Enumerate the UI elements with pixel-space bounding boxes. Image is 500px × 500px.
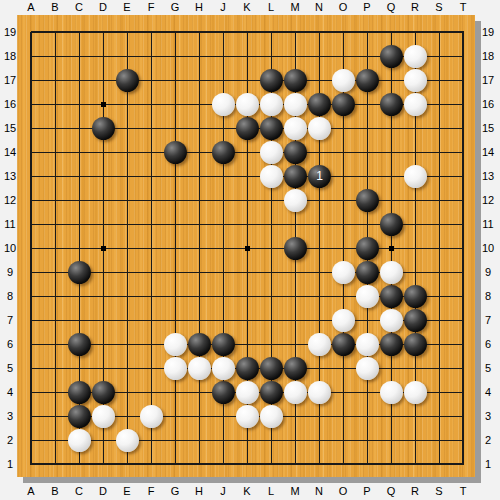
stone-black-N13: 1 xyxy=(308,165,331,188)
coord-label-top-O: O xyxy=(339,2,348,13)
coord-label-left-5: 5 xyxy=(7,363,13,374)
coord-label-bottom-F: F xyxy=(148,486,155,497)
coord-label-right-6: 6 xyxy=(485,339,491,350)
coord-label-left-6: 6 xyxy=(7,339,13,350)
grid-line-horizontal-2 xyxy=(31,440,464,441)
stone-white-N4 xyxy=(308,381,331,404)
coord-label-bottom-L: L xyxy=(268,486,274,497)
stone-white-M12 xyxy=(284,189,307,212)
coord-label-top-K: K xyxy=(243,2,250,13)
star-point-K10 xyxy=(245,246,250,251)
stone-black-L5 xyxy=(260,357,283,380)
coord-label-left-17: 17 xyxy=(4,75,16,86)
coord-label-right-1: 1 xyxy=(485,459,491,470)
stone-black-N16 xyxy=(308,93,331,116)
stone-white-L14 xyxy=(260,141,283,164)
stone-white-H5 xyxy=(188,357,211,380)
coord-label-left-7: 7 xyxy=(7,315,13,326)
stone-white-E2 xyxy=(116,429,139,452)
coord-label-bottom-M: M xyxy=(290,486,299,497)
coord-label-left-14: 14 xyxy=(4,147,16,158)
coord-label-bottom-Q: Q xyxy=(387,486,396,497)
coord-label-left-12: 12 xyxy=(4,195,16,206)
coord-label-right-18: 18 xyxy=(482,51,494,62)
stone-black-R7 xyxy=(404,309,427,332)
stone-white-R17 xyxy=(404,69,427,92)
stone-white-G6 xyxy=(164,333,187,356)
stone-black-K5 xyxy=(236,357,259,380)
stone-black-D4 xyxy=(92,381,115,404)
stone-white-R16 xyxy=(404,93,427,116)
coord-label-left-11: 11 xyxy=(4,219,15,230)
stone-black-G14 xyxy=(164,141,187,164)
stone-white-L13 xyxy=(260,165,283,188)
stone-black-Q16 xyxy=(380,93,403,116)
coord-label-left-3: 3 xyxy=(7,411,13,422)
stone-white-P8 xyxy=(356,285,379,308)
star-point-D10 xyxy=(101,246,106,251)
stone-black-Q6 xyxy=(380,333,403,356)
coord-label-left-9: 9 xyxy=(7,267,13,278)
stone-black-J14 xyxy=(212,141,235,164)
coord-label-bottom-E: E xyxy=(123,486,130,497)
coord-label-right-9: 9 xyxy=(485,267,491,278)
stone-black-J6 xyxy=(212,333,235,356)
coord-label-top-P: P xyxy=(363,2,370,13)
coord-label-right-8: 8 xyxy=(485,291,491,302)
star-point-D16 xyxy=(101,102,106,107)
stone-white-C2 xyxy=(68,429,91,452)
coord-label-left-4: 4 xyxy=(7,387,13,398)
stone-white-J16 xyxy=(212,93,235,116)
coord-label-top-C: C xyxy=(75,2,83,13)
coord-label-bottom-A: A xyxy=(27,486,34,497)
stone-black-C4 xyxy=(68,381,91,404)
stone-black-D15 xyxy=(92,117,115,140)
coord-label-bottom-O: O xyxy=(339,486,348,497)
stone-white-L16 xyxy=(260,93,283,116)
stone-black-E17 xyxy=(116,69,139,92)
coord-label-top-J: J xyxy=(220,2,226,13)
coord-label-right-13: 13 xyxy=(482,171,494,182)
coord-label-top-R: R xyxy=(411,2,419,13)
stone-black-L4 xyxy=(260,381,283,404)
stone-white-M16 xyxy=(284,93,307,116)
coord-label-right-16: 16 xyxy=(482,99,494,110)
stone-black-C6 xyxy=(68,333,91,356)
stone-white-N15 xyxy=(308,117,331,140)
stone-black-P17 xyxy=(356,69,379,92)
coord-label-left-19: 19 xyxy=(4,27,16,38)
stone-black-K15 xyxy=(236,117,259,140)
coord-label-right-15: 15 xyxy=(482,123,494,134)
stone-white-R13 xyxy=(404,165,427,188)
move-number-label: 1 xyxy=(308,165,331,188)
grid-line-vertical-S xyxy=(439,32,440,465)
coord-label-top-S: S xyxy=(435,2,442,13)
stone-black-L17 xyxy=(260,69,283,92)
coord-label-left-10: 10 xyxy=(4,243,16,254)
stone-white-Q9 xyxy=(380,261,403,284)
coord-label-bottom-B: B xyxy=(51,486,58,497)
coord-label-bottom-G: G xyxy=(171,486,180,497)
stone-black-P10 xyxy=(356,237,379,260)
coord-label-bottom-K: K xyxy=(243,486,250,497)
go-board-diagram: AABBCCDDEEFFGGHHJJKKLLMMNNOOPPQQRRSSTT19… xyxy=(0,0,500,500)
stone-white-O9 xyxy=(332,261,355,284)
stone-white-K16 xyxy=(236,93,259,116)
stone-black-C3 xyxy=(68,405,91,428)
stone-white-K4 xyxy=(236,381,259,404)
coord-label-right-5: 5 xyxy=(485,363,491,374)
coord-label-left-16: 16 xyxy=(4,99,16,110)
coord-label-left-13: 13 xyxy=(4,171,16,182)
stone-white-Q7 xyxy=(380,309,403,332)
coord-label-top-F: F xyxy=(148,2,155,13)
stone-white-P6 xyxy=(356,333,379,356)
coord-label-right-17: 17 xyxy=(482,75,494,86)
grid-line-vertical-T xyxy=(462,32,464,465)
coord-label-right-3: 3 xyxy=(485,411,491,422)
stone-white-R4 xyxy=(404,381,427,404)
stone-black-J4 xyxy=(212,381,235,404)
stone-black-R6 xyxy=(404,333,427,356)
stone-black-M5 xyxy=(284,357,307,380)
stone-black-M17 xyxy=(284,69,307,92)
stone-black-P12 xyxy=(356,189,379,212)
coord-label-bottom-S: S xyxy=(435,486,442,497)
stone-black-L15 xyxy=(260,117,283,140)
stone-white-Q4 xyxy=(380,381,403,404)
stone-white-K3 xyxy=(236,405,259,428)
coord-label-right-4: 4 xyxy=(485,387,491,398)
coord-label-right-14: 14 xyxy=(482,147,494,158)
coord-label-right-7: 7 xyxy=(485,315,491,326)
coord-label-bottom-T: T xyxy=(460,486,467,497)
coord-label-left-15: 15 xyxy=(4,123,16,134)
coord-label-bottom-H: H xyxy=(195,486,203,497)
coord-label-bottom-C: C xyxy=(75,486,83,497)
stone-black-M14 xyxy=(284,141,307,164)
stone-white-D3 xyxy=(92,405,115,428)
coord-label-right-10: 10 xyxy=(482,243,494,254)
coord-label-right-12: 12 xyxy=(482,195,494,206)
stone-white-M4 xyxy=(284,381,307,404)
stone-black-O16 xyxy=(332,93,355,116)
stone-white-O17 xyxy=(332,69,355,92)
coord-label-bottom-N: N xyxy=(315,486,323,497)
stone-white-N6 xyxy=(308,333,331,356)
stone-black-P9 xyxy=(356,261,379,284)
stone-black-H6 xyxy=(188,333,211,356)
coord-label-top-T: T xyxy=(460,2,467,13)
coord-label-top-M: M xyxy=(290,2,299,13)
stone-white-M15 xyxy=(284,117,307,140)
stone-black-O6 xyxy=(332,333,355,356)
coord-label-bottom-J: J xyxy=(220,486,226,497)
coord-label-right-2: 2 xyxy=(485,435,491,446)
coord-label-left-2: 2 xyxy=(7,435,13,446)
stone-black-C9 xyxy=(68,261,91,284)
coord-label-top-D: D xyxy=(99,2,107,13)
coord-label-top-L: L xyxy=(268,2,274,13)
stone-black-M10 xyxy=(284,237,307,260)
stone-white-F3 xyxy=(140,405,163,428)
stone-black-Q8 xyxy=(380,285,403,308)
stone-black-Q18 xyxy=(380,45,403,68)
stone-white-J5 xyxy=(212,357,235,380)
coord-label-top-H: H xyxy=(195,2,203,13)
coord-label-top-B: B xyxy=(51,2,58,13)
grid-line-horizontal-1 xyxy=(31,463,464,465)
coord-label-top-E: E xyxy=(123,2,130,13)
stone-white-O7 xyxy=(332,309,355,332)
stone-black-M13 xyxy=(284,165,307,188)
stone-white-P5 xyxy=(356,357,379,380)
coord-label-top-G: G xyxy=(171,2,180,13)
coord-label-bottom-P: P xyxy=(363,486,370,497)
coord-label-left-18: 18 xyxy=(4,51,16,62)
coord-label-right-11: 11 xyxy=(482,219,493,230)
coord-label-bottom-D: D xyxy=(99,486,107,497)
stone-white-G5 xyxy=(164,357,187,380)
stone-black-Q11 xyxy=(380,213,403,236)
coord-label-bottom-R: R xyxy=(411,486,419,497)
coord-label-left-1: 1 xyxy=(7,459,13,470)
coord-label-top-N: N xyxy=(315,2,323,13)
stone-white-R18 xyxy=(404,45,427,68)
stone-black-R8 xyxy=(404,285,427,308)
coord-label-top-Q: Q xyxy=(387,2,396,13)
coord-label-top-A: A xyxy=(27,2,34,13)
coord-label-right-19: 19 xyxy=(482,27,494,38)
star-point-Q10 xyxy=(389,246,394,251)
stone-white-L3 xyxy=(260,405,283,428)
coord-label-left-8: 8 xyxy=(7,291,13,302)
